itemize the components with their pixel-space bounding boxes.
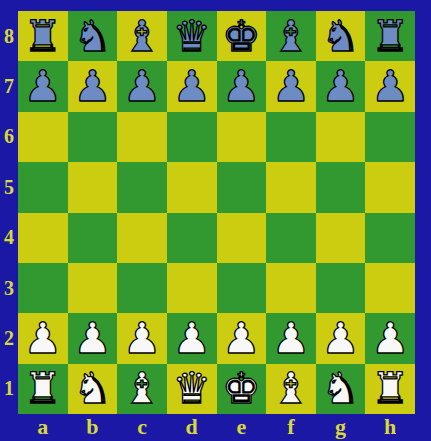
black-pawn[interactable]: ♟ xyxy=(272,65,311,108)
file-labels: abcdefgh xyxy=(18,414,415,441)
square-a1[interactable]: ♜ xyxy=(18,364,68,414)
square-g8[interactable]: ♞ xyxy=(316,11,366,61)
rank-label-7: 7 xyxy=(0,61,18,111)
rank-label-1: 1 xyxy=(0,364,18,414)
square-b2[interactable]: ♟ xyxy=(68,313,118,363)
square-h6[interactable] xyxy=(365,112,415,162)
square-f3[interactable] xyxy=(266,263,316,313)
white-rook[interactable]: ♜ xyxy=(24,367,63,410)
square-h3[interactable] xyxy=(365,263,415,313)
square-g2[interactable]: ♟ xyxy=(316,313,366,363)
black-pawn[interactable]: ♟ xyxy=(371,65,410,108)
white-pawn[interactable]: ♟ xyxy=(371,317,410,360)
white-rook[interactable]: ♜ xyxy=(371,367,410,410)
rank-label-3: 3 xyxy=(0,263,18,313)
square-a4[interactable] xyxy=(18,213,68,263)
square-c7[interactable]: ♟ xyxy=(117,61,167,111)
white-pawn[interactable]: ♟ xyxy=(321,317,360,360)
square-b6[interactable] xyxy=(68,112,118,162)
file-label-c: c xyxy=(117,414,167,441)
square-d1[interactable]: ♛ xyxy=(167,364,217,414)
file-label-b: b xyxy=(68,414,118,441)
square-c3[interactable] xyxy=(117,263,167,313)
white-bishop[interactable]: ♝ xyxy=(123,367,162,410)
black-bishop[interactable]: ♝ xyxy=(123,15,162,58)
square-c5[interactable] xyxy=(117,162,167,212)
black-queen[interactable]: ♛ xyxy=(172,15,211,58)
square-e2[interactable]: ♟ xyxy=(217,313,267,363)
square-c1[interactable]: ♝ xyxy=(117,364,167,414)
square-g6[interactable] xyxy=(316,112,366,162)
black-pawn[interactable]: ♟ xyxy=(222,65,261,108)
square-c4[interactable] xyxy=(117,213,167,263)
square-a2[interactable]: ♟ xyxy=(18,313,68,363)
rank-label-5: 5 xyxy=(0,162,18,212)
square-d3[interactable] xyxy=(167,263,217,313)
square-d8[interactable]: ♛ xyxy=(167,11,217,61)
black-knight[interactable]: ♞ xyxy=(73,15,112,58)
white-pawn[interactable]: ♟ xyxy=(73,317,112,360)
square-g1[interactable]: ♞ xyxy=(316,364,366,414)
square-a3[interactable] xyxy=(18,263,68,313)
black-pawn[interactable]: ♟ xyxy=(123,65,162,108)
square-e1[interactable]: ♚ xyxy=(217,364,267,414)
black-bishop[interactable]: ♝ xyxy=(272,15,311,58)
square-d4[interactable] xyxy=(167,213,217,263)
square-d5[interactable] xyxy=(167,162,217,212)
square-b3[interactable] xyxy=(68,263,118,313)
square-e4[interactable] xyxy=(217,213,267,263)
rank-label-6: 6 xyxy=(0,112,18,162)
square-b7[interactable]: ♟ xyxy=(68,61,118,111)
white-pawn[interactable]: ♟ xyxy=(24,317,63,360)
chess-board[interactable]: ♜♞♝♛♚♝♞♜♟♟♟♟♟♟♟♟♟♟♟♟♟♟♟♟♜♞♝♛♚♝♞♜ xyxy=(18,11,415,414)
rank-label-8: 8 xyxy=(0,11,18,61)
square-b4[interactable] xyxy=(68,213,118,263)
square-h7[interactable]: ♟ xyxy=(365,61,415,111)
square-c8[interactable]: ♝ xyxy=(117,11,167,61)
square-b8[interactable]: ♞ xyxy=(68,11,118,61)
square-e8[interactable]: ♚ xyxy=(217,11,267,61)
file-label-e: e xyxy=(217,414,267,441)
file-label-a: a xyxy=(18,414,68,441)
white-knight[interactable]: ♞ xyxy=(73,367,112,410)
square-h1[interactable]: ♜ xyxy=(365,364,415,414)
rank-labels: 87654321 xyxy=(0,11,18,414)
square-d7[interactable]: ♟ xyxy=(167,61,217,111)
square-g5[interactable] xyxy=(316,162,366,212)
square-g3[interactable] xyxy=(316,263,366,313)
square-h8[interactable]: ♜ xyxy=(365,11,415,61)
square-a5[interactable] xyxy=(18,162,68,212)
square-h5[interactable] xyxy=(365,162,415,212)
square-a8[interactable]: ♜ xyxy=(18,11,68,61)
square-d6[interactable] xyxy=(167,112,217,162)
square-c6[interactable] xyxy=(117,112,167,162)
square-f4[interactable] xyxy=(266,213,316,263)
square-h2[interactable]: ♟ xyxy=(365,313,415,363)
white-pawn[interactable]: ♟ xyxy=(172,317,211,360)
square-g7[interactable]: ♟ xyxy=(316,61,366,111)
black-pawn[interactable]: ♟ xyxy=(24,65,63,108)
square-a6[interactable] xyxy=(18,112,68,162)
square-a7[interactable]: ♟ xyxy=(18,61,68,111)
square-f2[interactable]: ♟ xyxy=(266,313,316,363)
square-b1[interactable]: ♞ xyxy=(68,364,118,414)
square-f8[interactable]: ♝ xyxy=(266,11,316,61)
square-f1[interactable]: ♝ xyxy=(266,364,316,414)
square-b5[interactable] xyxy=(68,162,118,212)
white-bishop[interactable]: ♝ xyxy=(272,367,311,410)
white-queen[interactable]: ♛ xyxy=(172,367,211,410)
white-pawn[interactable]: ♟ xyxy=(222,317,261,360)
square-f5[interactable] xyxy=(266,162,316,212)
black-pawn[interactable]: ♟ xyxy=(321,65,360,108)
rank-label-4: 4 xyxy=(0,213,18,263)
file-label-h: h xyxy=(365,414,415,441)
square-e6[interactable] xyxy=(217,112,267,162)
black-pawn[interactable]: ♟ xyxy=(73,65,112,108)
square-h4[interactable] xyxy=(365,213,415,263)
black-pawn[interactable]: ♟ xyxy=(172,65,211,108)
square-f6[interactable] xyxy=(266,112,316,162)
black-rook[interactable]: ♜ xyxy=(24,15,63,58)
black-rook[interactable]: ♜ xyxy=(371,15,410,58)
file-label-g: g xyxy=(316,414,366,441)
file-label-f: f xyxy=(266,414,316,441)
square-e5[interactable] xyxy=(217,162,267,212)
file-label-d: d xyxy=(167,414,217,441)
white-king[interactable]: ♚ xyxy=(222,367,261,410)
square-d2[interactable]: ♟ xyxy=(167,313,217,363)
square-g4[interactable] xyxy=(316,213,366,263)
white-pawn[interactable]: ♟ xyxy=(272,317,311,360)
white-pawn[interactable]: ♟ xyxy=(123,317,162,360)
rank-label-2: 2 xyxy=(0,313,18,363)
square-c2[interactable]: ♟ xyxy=(117,313,167,363)
chess-board-frame: 87654321 ♜♞♝♛♚♝♞♜♟♟♟♟♟♟♟♟♟♟♟♟♟♟♟♟♜♞♝♛♚♝♞… xyxy=(0,0,431,441)
square-e7[interactable]: ♟ xyxy=(217,61,267,111)
black-knight[interactable]: ♞ xyxy=(321,15,360,58)
white-knight[interactable]: ♞ xyxy=(321,367,360,410)
square-e3[interactable] xyxy=(217,263,267,313)
black-king[interactable]: ♚ xyxy=(222,15,261,58)
square-f7[interactable]: ♟ xyxy=(266,61,316,111)
